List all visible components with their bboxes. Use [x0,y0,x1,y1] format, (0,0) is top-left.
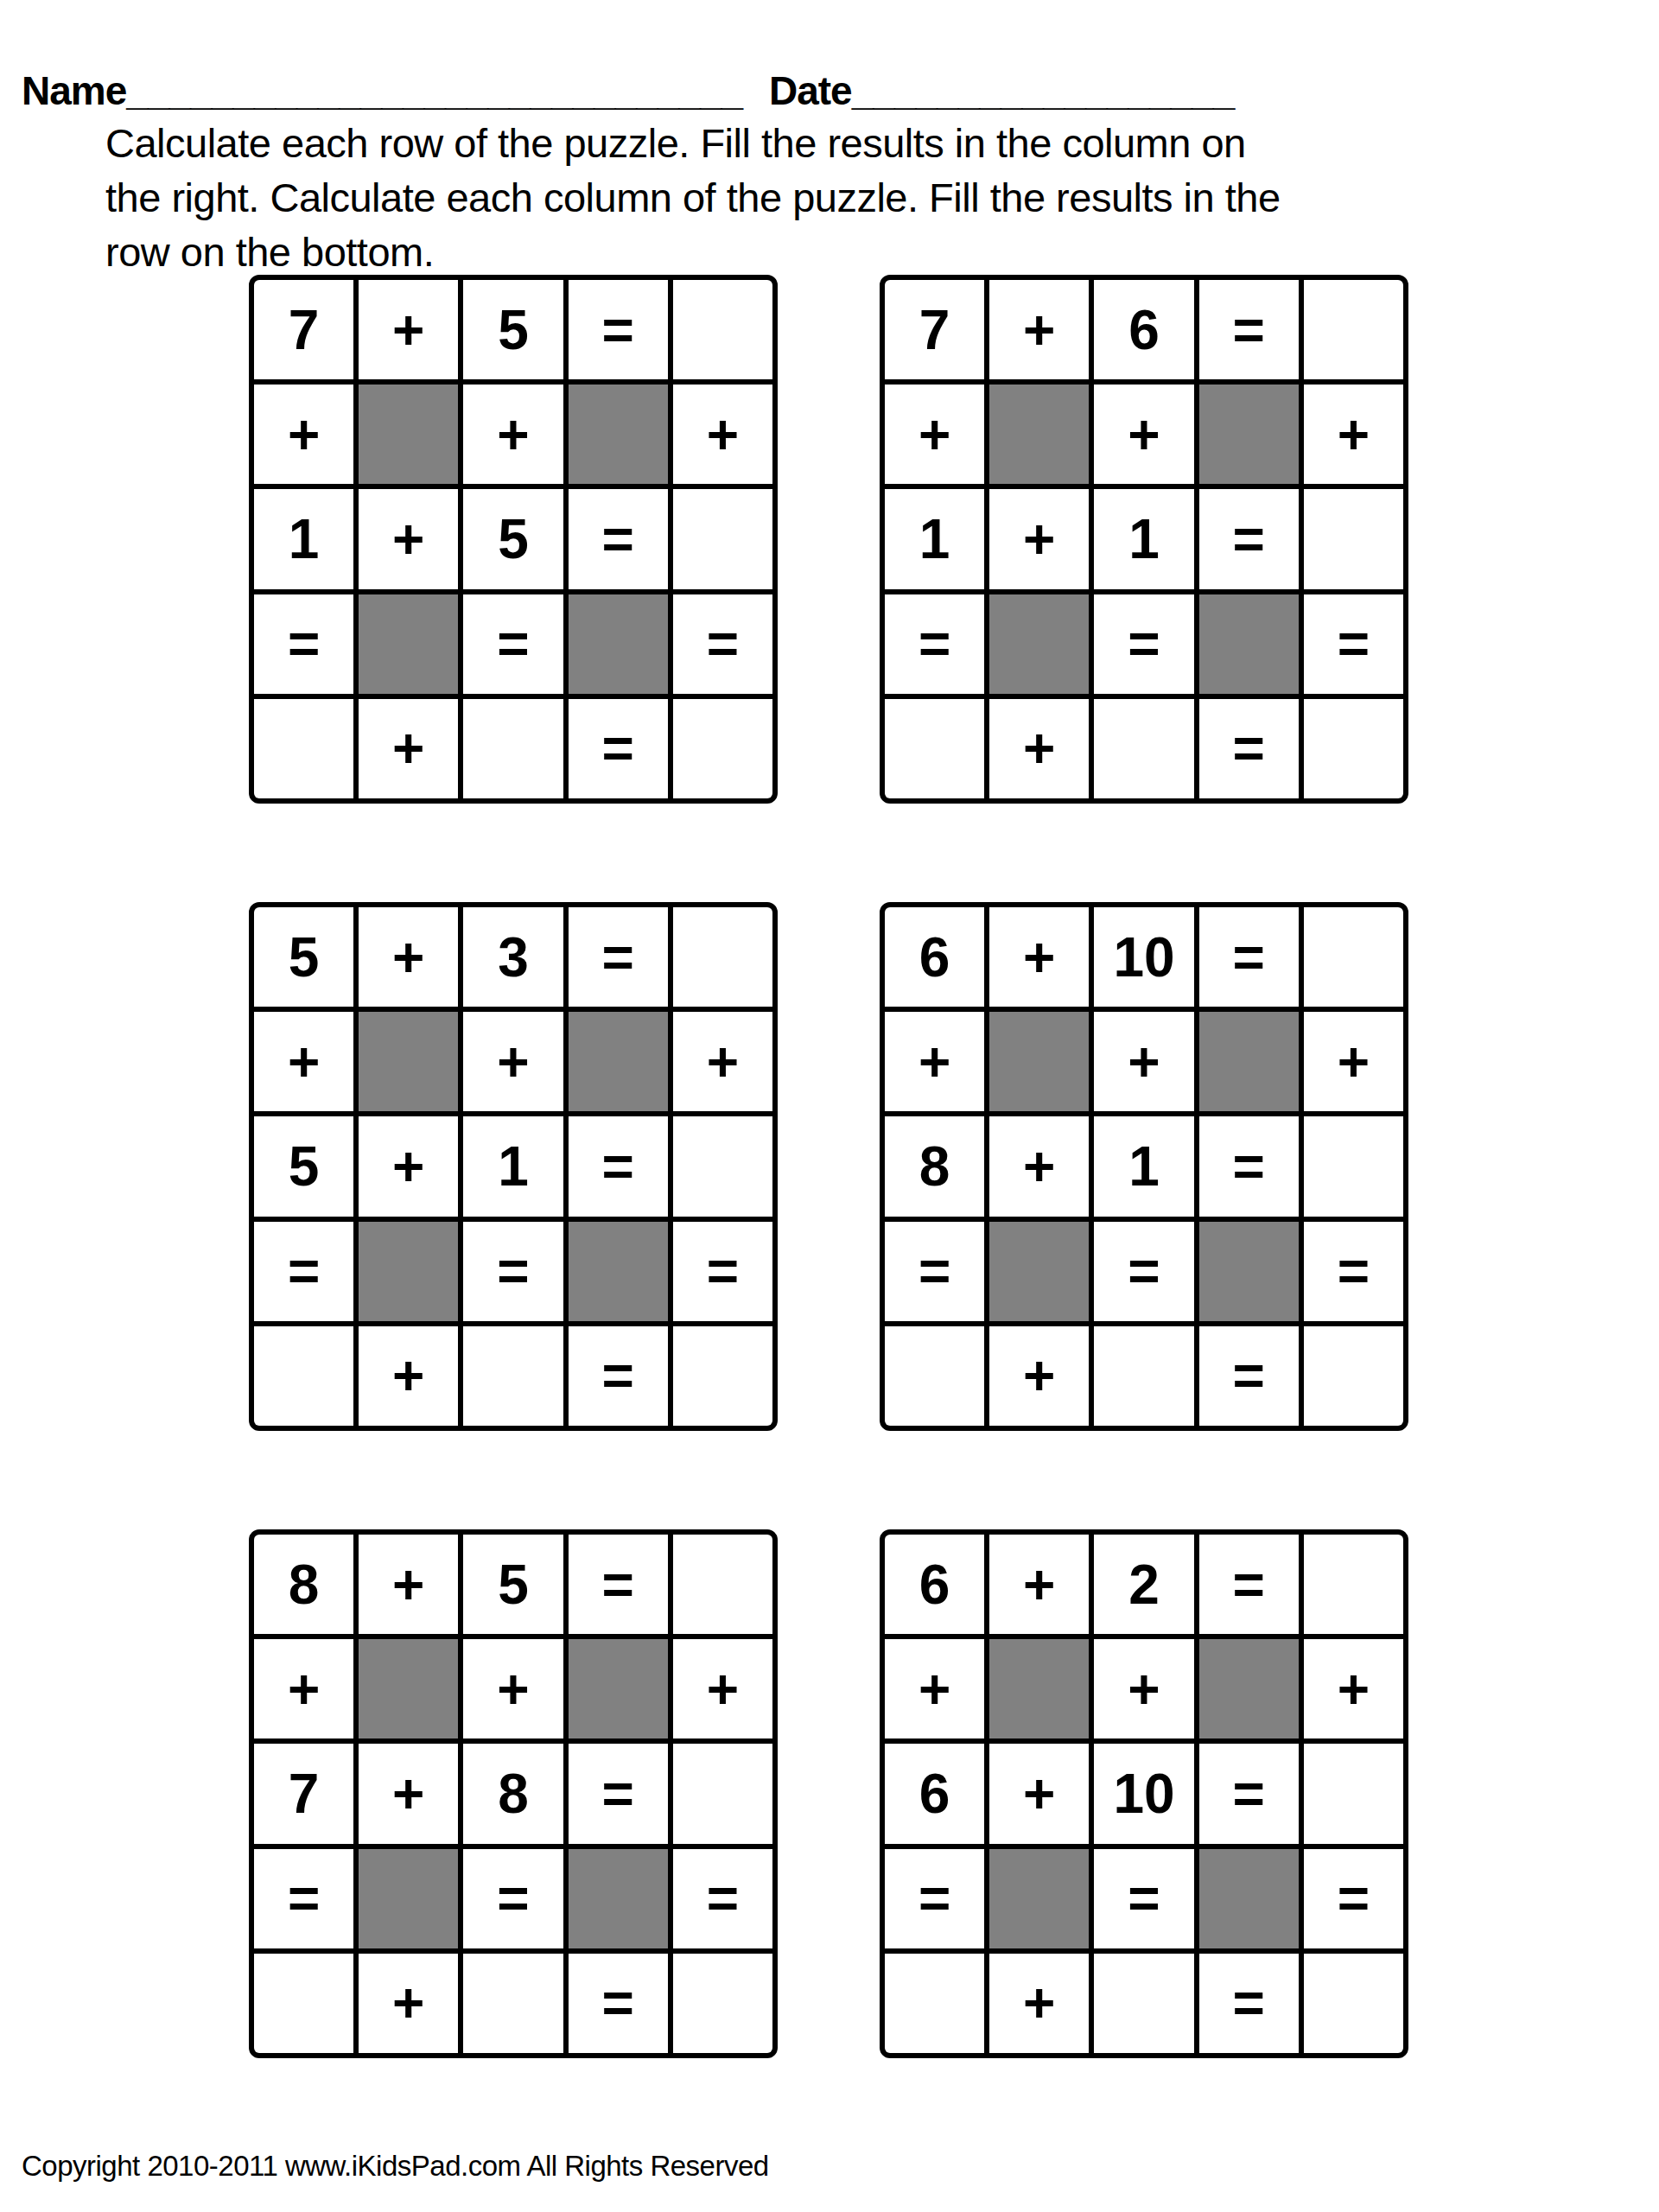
given-number-cell: 6 [885,907,984,1007]
operator-cell: + [254,385,353,484]
operator-cell: + [254,1639,353,1738]
operator-cell: + [359,699,458,798]
blocked-cell [359,385,458,484]
answer-cell[interactable] [1304,1744,1403,1843]
instructions-line-2: the right. Calculate each column of the … [105,170,1402,225]
operator-cell: + [1304,1639,1403,1738]
operator-cell: = [885,1222,984,1321]
operator-cell: + [254,1012,353,1111]
puzzle-grid-1: 7+5=+++1+5====+= [249,275,778,804]
blocked-cell [1199,594,1299,694]
instructions-line-1: Calculate each row of the puzzle. Fill t… [105,116,1402,170]
given-number-cell: 8 [463,1744,563,1843]
answer-cell[interactable] [1304,1535,1403,1634]
blocked-cell [989,1639,1089,1738]
date-label: Date [769,68,852,113]
operator-cell: = [569,699,668,798]
puzzle-grid-3: 5+3=+++5+1====+= [249,902,778,1431]
operator-cell: = [569,1535,668,1634]
blocked-cell [989,1222,1089,1321]
operator-cell: = [463,594,563,694]
operator-cell: = [885,594,984,694]
answer-cell[interactable] [1094,1326,1193,1426]
blocked-cell [359,1012,458,1111]
blocked-cell [359,1639,458,1738]
answer-cell[interactable] [1304,489,1403,588]
operator-cell: = [569,1744,668,1843]
operator-cell: = [463,1222,563,1321]
operator-cell: + [463,1012,563,1111]
operator-cell: = [569,1326,668,1426]
blocked-cell [569,1012,668,1111]
answer-cell[interactable] [254,699,353,798]
given-number-cell: 10 [1094,1744,1193,1843]
operator-cell: = [254,1849,353,1948]
given-number-cell: 6 [885,1535,984,1634]
name-field-group: Name_____________________________ [22,67,742,114]
operator-cell: = [1304,1849,1403,1948]
answer-cell[interactable] [673,699,772,798]
blocked-cell [569,1639,668,1738]
operator-cell: + [359,1535,458,1634]
operator-cell: = [1199,1954,1299,2053]
answer-cell[interactable] [673,280,772,379]
blocked-cell [1199,1012,1299,1111]
operator-cell: = [569,489,668,588]
given-number-cell: 5 [463,489,563,588]
operator-cell: = [1199,489,1299,588]
operator-cell: + [359,1744,458,1843]
operator-cell: = [1094,1849,1193,1948]
blocked-cell [989,594,1089,694]
name-label: Name [22,68,126,113]
operator-cell: + [989,280,1089,379]
given-number-cell: 1 [1094,489,1193,588]
answer-cell[interactable] [1304,699,1403,798]
given-number-cell: 5 [254,1116,353,1216]
given-number-cell: 1 [1094,1116,1193,1216]
operator-cell: + [359,489,458,588]
operator-cell: = [569,1116,668,1216]
operator-cell: = [1199,1326,1299,1426]
blocked-cell [569,385,668,484]
blocked-cell [569,594,668,694]
answer-cell[interactable] [1304,280,1403,379]
answer-cell[interactable] [1304,1954,1403,2053]
operator-cell: = [569,907,668,1007]
operator-cell: = [1304,594,1403,694]
operator-cell: = [673,1222,772,1321]
operator-cell: = [569,1954,668,2053]
answer-cell[interactable] [885,1326,984,1426]
answer-cell[interactable] [463,699,563,798]
operator-cell: + [359,1954,458,2053]
given-number-cell: 8 [885,1116,984,1216]
blocked-cell [359,1222,458,1321]
operator-cell: = [463,1849,563,1948]
operator-cell: = [1199,699,1299,798]
operator-cell: + [1304,385,1403,484]
operator-cell: = [1304,1222,1403,1321]
answer-cell[interactable] [1304,1116,1403,1216]
operator-cell: + [989,699,1089,798]
blocked-cell [359,594,458,694]
instructions: Calculate each row of the puzzle. Fill t… [105,116,1402,279]
given-number-cell: 1 [463,1116,563,1216]
operator-cell: = [569,280,668,379]
operator-cell: + [359,280,458,379]
operator-cell: + [673,1012,772,1111]
given-number-cell: 7 [254,1744,353,1843]
answer-cell[interactable] [673,1954,772,2053]
puzzle-grid-6: 6+2=+++6+10====+= [880,1529,1408,2058]
answer-cell[interactable] [673,1744,772,1843]
given-number-cell: 8 [254,1535,353,1634]
operator-cell: = [673,1849,772,1948]
given-number-cell: 6 [1094,280,1193,379]
answer-cell[interactable] [254,1326,353,1426]
operator-cell: = [1199,1116,1299,1216]
date-blank-line[interactable]: __________________ [852,68,1235,113]
operator-cell: + [673,385,772,484]
given-number-cell: 7 [254,280,353,379]
blocked-cell [1199,1222,1299,1321]
answer-cell[interactable] [885,1954,984,2053]
given-number-cell: 1 [254,489,353,588]
blocked-cell [1199,1639,1299,1738]
answer-cell[interactable] [1304,907,1403,1007]
given-number-cell: 10 [1094,907,1193,1007]
operator-cell: + [1094,1012,1193,1111]
copyright-text: Copyright 2010-2011 www.iKidsPad.com All… [22,2150,769,2183]
answer-cell[interactable] [463,1326,563,1426]
name-blank-line[interactable]: _____________________________ [126,68,742,113]
operator-cell: + [1304,1012,1403,1111]
blocked-cell [989,1849,1089,1948]
answer-cell[interactable] [885,699,984,798]
blocked-cell [989,1012,1089,1111]
operator-cell: + [885,1012,984,1111]
operator-cell: = [885,1849,984,1948]
blocked-cell [359,1849,458,1948]
operator-cell: = [254,1222,353,1321]
answer-cell[interactable] [1094,699,1193,798]
answer-cell[interactable] [1094,1954,1193,2053]
given-number-cell: 5 [463,1535,563,1634]
operator-cell: + [989,1326,1089,1426]
blocked-cell [989,385,1089,484]
answer-cell[interactable] [673,907,772,1007]
blocked-cell [1199,1849,1299,1948]
operator-cell: = [673,594,772,694]
given-number-cell: 2 [1094,1535,1193,1634]
operator-cell: + [463,385,563,484]
answer-cell[interactable] [673,1535,772,1634]
operator-cell: = [1199,907,1299,1007]
blocked-cell [1199,385,1299,484]
operator-cell: + [359,1326,458,1426]
answer-cell[interactable] [1304,1326,1403,1426]
operator-cell: + [1094,1639,1193,1738]
blocked-cell [569,1222,668,1321]
operator-cell: = [254,594,353,694]
puzzle-grid-2: 7+6=+++1+1====+= [880,275,1408,804]
operator-cell: + [885,385,984,484]
operator-cell: + [989,1954,1089,2053]
operator-cell: + [989,1744,1089,1843]
blocked-cell [569,1849,668,1948]
operator-cell: + [463,1639,563,1738]
operator-cell: + [989,1535,1089,1634]
answer-cell[interactable] [673,1326,772,1426]
answer-cell[interactable] [254,1954,353,2053]
operator-cell: + [989,489,1089,588]
operator-cell: + [359,907,458,1007]
operator-cell: + [1094,385,1193,484]
operator-cell: = [1199,1744,1299,1843]
answer-cell[interactable] [673,1116,772,1216]
answer-cell[interactable] [673,489,772,588]
given-number-cell: 5 [254,907,353,1007]
given-number-cell: 5 [463,280,563,379]
operator-cell: + [885,1639,984,1738]
operator-cell: + [359,1116,458,1216]
given-number-cell: 1 [885,489,984,588]
date-field-group: Date__________________ [769,67,1234,114]
given-number-cell: 3 [463,907,563,1007]
operator-cell: + [673,1639,772,1738]
operator-cell: = [1094,1222,1193,1321]
operator-cell: = [1094,594,1193,694]
answer-cell[interactable] [463,1954,563,2053]
instructions-line-3: row on the bottom. [105,225,1402,279]
operator-cell: + [989,907,1089,1007]
operator-cell: = [1199,280,1299,379]
puzzle-grid-4: 6+10=+++8+1====+= [880,902,1408,1431]
given-number-cell: 7 [885,280,984,379]
operator-cell: + [989,1116,1089,1216]
operator-cell: = [1199,1535,1299,1634]
puzzle-grid-5: 8+5=+++7+8====+= [249,1529,778,2058]
given-number-cell: 6 [885,1744,984,1843]
